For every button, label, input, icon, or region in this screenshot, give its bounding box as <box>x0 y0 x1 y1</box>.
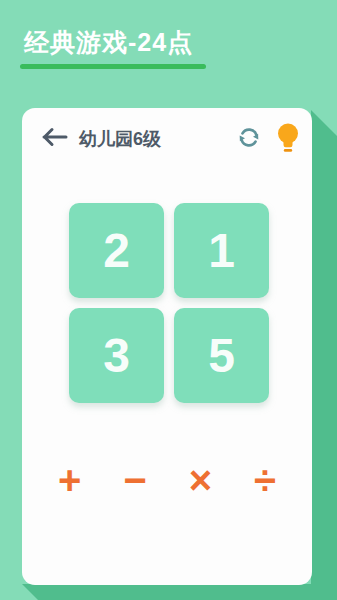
page-title: 经典游戏-24点 <box>24 26 193 59</box>
plus-button[interactable]: + <box>58 460 81 500</box>
title-underline <box>20 64 206 69</box>
divide-button[interactable]: ÷ <box>254 460 276 500</box>
back-arrow-icon <box>40 127 68 151</box>
number-tile-4[interactable]: 5 <box>174 308 269 403</box>
game-card: 幼儿园6级 <box>22 108 312 585</box>
refresh-button[interactable] <box>236 123 262 156</box>
tile-value: 5 <box>208 332 235 380</box>
back-button[interactable] <box>40 127 68 151</box>
operator-row: + − × ÷ <box>58 460 276 500</box>
multiply-button[interactable]: × <box>189 460 212 500</box>
number-tiles-grid: 2 1 3 5 <box>69 203 269 403</box>
number-tile-3[interactable]: 3 <box>69 308 164 403</box>
top-bar: 经典游戏-24点 <box>0 0 337 80</box>
hint-button[interactable] <box>277 122 299 157</box>
light-bulb-icon <box>277 122 299 157</box>
tile-value: 1 <box>208 227 235 275</box>
number-tile-2[interactable]: 1 <box>174 203 269 298</box>
card-header: 幼儿园6级 <box>40 123 299 155</box>
refresh-icon <box>236 123 262 156</box>
minus-button[interactable]: − <box>123 460 146 500</box>
tile-value: 2 <box>103 227 130 275</box>
level-label: 幼儿园6级 <box>79 127 161 151</box>
number-tile-1[interactable]: 2 <box>69 203 164 298</box>
tile-value: 3 <box>103 332 130 380</box>
